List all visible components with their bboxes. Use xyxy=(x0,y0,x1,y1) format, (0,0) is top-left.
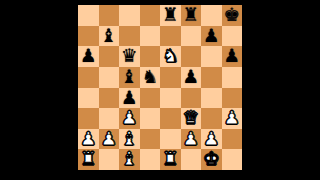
square-d4[interactable] xyxy=(140,88,161,109)
piece-white-pawn: ♟ xyxy=(100,129,117,148)
square-f3[interactable]: ♛ xyxy=(181,108,202,129)
square-d6[interactable] xyxy=(140,46,161,67)
piece-white-queen: ♛ xyxy=(182,109,199,128)
piece-white-knight: ♞ xyxy=(162,47,179,66)
square-h2[interactable] xyxy=(222,129,243,150)
piece-black-knight: ♞ xyxy=(141,67,158,86)
square-g2[interactable]: ♟ xyxy=(201,129,222,150)
piece-black-pawn: ♟ xyxy=(80,47,97,66)
square-d3[interactable] xyxy=(140,108,161,129)
square-f2[interactable]: ♟ xyxy=(181,129,202,150)
piece-black-pawn: ♟ xyxy=(182,67,199,86)
square-g4[interactable] xyxy=(201,88,222,109)
piece-black-king: ♚ xyxy=(223,6,240,25)
piece-black-rook: ♜ xyxy=(182,6,199,25)
square-h6[interactable]: ♟ xyxy=(222,46,243,67)
square-d8[interactable] xyxy=(140,5,161,26)
square-g7[interactable]: ♟ xyxy=(201,26,222,47)
square-e6[interactable]: ♞ xyxy=(160,46,181,67)
square-c6[interactable]: ♛ xyxy=(119,46,140,67)
square-c3[interactable]: ♟ xyxy=(119,108,140,129)
square-c7[interactable] xyxy=(119,26,140,47)
square-h7[interactable] xyxy=(222,26,243,47)
square-e1[interactable]: ♜ xyxy=(160,149,181,170)
square-h4[interactable] xyxy=(222,88,243,109)
square-f1[interactable] xyxy=(181,149,202,170)
piece-black-pawn: ♟ xyxy=(203,26,220,45)
square-h8[interactable]: ♚ xyxy=(222,5,243,26)
chess-board: ♜♜♚♝♟♟♛♞♟♝♞♟♟♟♛♟♟♟♝♟♟♜♝♜♚ xyxy=(78,5,242,170)
piece-black-bishop: ♝ xyxy=(121,67,138,86)
square-b4[interactable] xyxy=(99,88,120,109)
piece-white-bishop: ♝ xyxy=(121,129,138,148)
square-f4[interactable] xyxy=(181,88,202,109)
square-a3[interactable] xyxy=(78,108,99,129)
square-g1[interactable]: ♚ xyxy=(201,149,222,170)
square-a2[interactable]: ♟ xyxy=(78,129,99,150)
square-d5[interactable]: ♞ xyxy=(140,67,161,88)
square-b8[interactable] xyxy=(99,5,120,26)
square-f8[interactable]: ♜ xyxy=(181,5,202,26)
square-e5[interactable] xyxy=(160,67,181,88)
square-f7[interactable] xyxy=(181,26,202,47)
square-g8[interactable] xyxy=(201,5,222,26)
square-f6[interactable] xyxy=(181,46,202,67)
piece-white-rook: ♜ xyxy=(80,150,97,169)
square-h3[interactable]: ♟ xyxy=(222,108,243,129)
square-d7[interactable] xyxy=(140,26,161,47)
square-g3[interactable] xyxy=(201,108,222,129)
square-c1[interactable]: ♝ xyxy=(119,149,140,170)
square-a8[interactable] xyxy=(78,5,99,26)
piece-white-pawn: ♟ xyxy=(182,129,199,148)
square-h5[interactable] xyxy=(222,67,243,88)
square-c5[interactable]: ♝ xyxy=(119,67,140,88)
piece-black-rook: ♜ xyxy=(162,6,179,25)
piece-white-bishop: ♝ xyxy=(121,150,138,169)
square-d1[interactable] xyxy=(140,149,161,170)
square-c8[interactable] xyxy=(119,5,140,26)
square-a1[interactable]: ♜ xyxy=(78,149,99,170)
square-d2[interactable] xyxy=(140,129,161,150)
square-h1[interactable] xyxy=(222,149,243,170)
square-a7[interactable] xyxy=(78,26,99,47)
piece-white-pawn: ♟ xyxy=(223,109,240,128)
piece-black-pawn: ♟ xyxy=(121,88,138,107)
square-b1[interactable] xyxy=(99,149,120,170)
square-a5[interactable] xyxy=(78,67,99,88)
square-b2[interactable]: ♟ xyxy=(99,129,120,150)
piece-black-queen: ♛ xyxy=(121,47,138,66)
square-e3[interactable] xyxy=(160,108,181,129)
square-e8[interactable]: ♜ xyxy=(160,5,181,26)
square-c4[interactable]: ♟ xyxy=(119,88,140,109)
square-b3[interactable] xyxy=(99,108,120,129)
piece-white-pawn: ♟ xyxy=(121,109,138,128)
square-a6[interactable]: ♟ xyxy=(78,46,99,67)
square-b6[interactable] xyxy=(99,46,120,67)
piece-white-king: ♚ xyxy=(203,150,220,169)
square-b5[interactable] xyxy=(99,67,120,88)
square-e4[interactable] xyxy=(160,88,181,109)
letterbox-background: ♜♜♚♝♟♟♛♞♟♝♞♟♟♟♛♟♟♟♝♟♟♜♝♜♚ xyxy=(0,0,320,180)
piece-white-pawn: ♟ xyxy=(203,129,220,148)
piece-black-bishop: ♝ xyxy=(100,26,117,45)
square-g6[interactable] xyxy=(201,46,222,67)
square-a4[interactable] xyxy=(78,88,99,109)
square-b7[interactable]: ♝ xyxy=(99,26,120,47)
square-e2[interactable] xyxy=(160,129,181,150)
piece-white-rook: ♜ xyxy=(162,150,179,169)
square-e7[interactable] xyxy=(160,26,181,47)
piece-black-pawn: ♟ xyxy=(223,47,240,66)
square-g5[interactable] xyxy=(201,67,222,88)
square-c2[interactable]: ♝ xyxy=(119,129,140,150)
piece-white-pawn: ♟ xyxy=(80,129,97,148)
square-f5[interactable]: ♟ xyxy=(181,67,202,88)
